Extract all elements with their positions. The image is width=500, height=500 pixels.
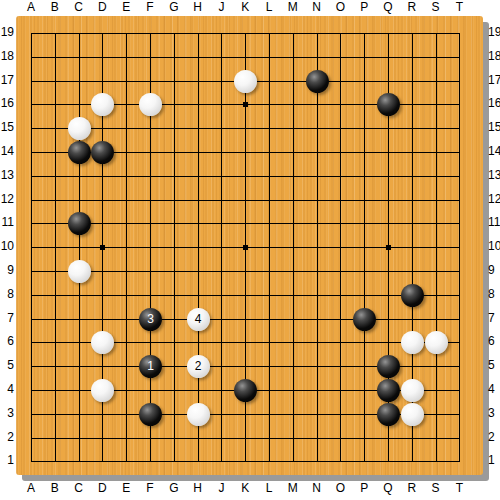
grid-horizontal-line [31, 461, 460, 462]
left-row-label-11: 11 [0, 216, 14, 229]
left-row-label-16: 16 [0, 97, 14, 110]
star-point-d10 [100, 245, 105, 250]
white-stone-r3 [401, 403, 424, 426]
right-row-label-17: 17 [488, 74, 500, 87]
top-column-label-E: E [116, 1, 136, 14]
bottom-column-label-P: P [354, 482, 374, 495]
grid-horizontal-line [31, 319, 460, 320]
top-column-label-T: T [449, 1, 469, 14]
right-row-label-3: 3 [488, 407, 500, 420]
left-row-label-3: 3 [0, 407, 14, 420]
black-stone-r8 [401, 284, 424, 307]
left-row-label-9: 9 [0, 264, 14, 277]
grid-horizontal-line [31, 295, 460, 296]
top-column-label-O: O [330, 1, 350, 14]
top-column-label-D: D [92, 1, 112, 14]
right-row-label-19: 19 [488, 26, 500, 39]
black-stone-q4 [377, 379, 400, 402]
top-column-label-S: S [426, 1, 446, 14]
left-row-label-14: 14 [0, 145, 14, 158]
grid-horizontal-line [31, 271, 460, 272]
black-stone-d14 [91, 141, 114, 164]
bottom-column-label-C: C [69, 482, 89, 495]
bottom-column-label-D: D [92, 482, 112, 495]
bottom-column-label-K: K [235, 482, 255, 495]
bottom-column-label-Q: Q [378, 482, 398, 495]
star-point-k10 [243, 245, 248, 250]
black-stone-q3 [377, 403, 400, 426]
bottom-column-label-S: S [426, 482, 446, 495]
white-stone-d16 [91, 93, 114, 116]
bottom-column-label-B: B [45, 482, 65, 495]
white-stone-c15 [68, 117, 91, 140]
right-row-label-18: 18 [488, 50, 500, 63]
grid-horizontal-line [31, 223, 460, 224]
left-row-label-5: 5 [0, 359, 14, 372]
grid-horizontal-line [31, 128, 460, 129]
top-column-label-M: M [283, 1, 303, 14]
bottom-column-label-T: T [449, 482, 469, 495]
white-stone-h3 [187, 403, 210, 426]
top-column-label-K: K [235, 1, 255, 14]
right-row-label-12: 12 [488, 193, 500, 206]
left-row-label-12: 12 [0, 193, 14, 206]
bottom-column-label-N: N [307, 482, 327, 495]
grid-horizontal-line [31, 438, 460, 439]
grid-horizontal-line [31, 33, 460, 34]
top-column-label-G: G [164, 1, 184, 14]
white-stone-r6 [401, 331, 424, 354]
top-column-label-F: F [140, 1, 160, 14]
bottom-column-label-G: G [164, 482, 184, 495]
bottom-column-label-H: H [188, 482, 208, 495]
top-column-label-Q: Q [378, 1, 398, 14]
bottom-column-label-M: M [283, 482, 303, 495]
white-stone-move-4-h7: 4 [187, 308, 210, 331]
left-row-label-15: 15 [0, 121, 14, 134]
right-row-label-1: 1 [488, 454, 500, 467]
white-stone-k17 [234, 70, 257, 93]
go-board[interactable]: 1234 [16, 16, 483, 475]
right-row-label-5: 5 [488, 359, 500, 372]
black-stone-move-3-f7: 3 [139, 308, 162, 331]
grid-horizontal-line [31, 200, 460, 201]
white-stone-d4 [91, 379, 114, 402]
right-row-label-7: 7 [488, 312, 500, 325]
white-stone-f16 [139, 93, 162, 116]
right-row-label-4: 4 [488, 383, 500, 396]
left-row-label-6: 6 [0, 335, 14, 348]
black-stone-f3 [139, 403, 162, 426]
grid-horizontal-line [31, 57, 460, 58]
black-stone-q16 [377, 93, 400, 116]
top-column-label-B: B [45, 1, 65, 14]
white-stone-d6 [91, 331, 114, 354]
right-row-label-8: 8 [488, 288, 500, 301]
right-row-label-13: 13 [488, 169, 500, 182]
top-column-label-J: J [211, 1, 231, 14]
go-board-diagram: 1234 AABBCCDDEEFFGGHHJJKKLLMMNNOOPPQQRRS… [0, 0, 500, 500]
top-column-label-R: R [402, 1, 422, 14]
top-column-label-P: P [354, 1, 374, 14]
top-column-label-L: L [259, 1, 279, 14]
black-stone-c14 [68, 141, 91, 164]
black-stone-c11 [68, 212, 91, 235]
white-stone-move-2-h5: 2 [187, 355, 210, 378]
black-stone-q5 [377, 355, 400, 378]
bottom-column-label-J: J [211, 482, 231, 495]
right-row-label-16: 16 [488, 97, 500, 110]
left-row-label-8: 8 [0, 288, 14, 301]
left-row-label-1: 1 [0, 454, 14, 467]
left-row-label-7: 7 [0, 312, 14, 325]
left-row-label-13: 13 [0, 169, 14, 182]
black-stone-n17 [306, 70, 329, 93]
black-stone-p7 [353, 308, 376, 331]
left-row-label-2: 2 [0, 431, 14, 444]
left-row-label-10: 10 [0, 240, 14, 253]
white-stone-s6 [425, 331, 448, 354]
top-column-label-N: N [307, 1, 327, 14]
right-row-label-14: 14 [488, 145, 500, 158]
star-point-k16 [243, 102, 248, 107]
white-stone-c9 [68, 260, 91, 283]
grid-horizontal-line [31, 176, 460, 177]
right-row-label-6: 6 [488, 335, 500, 348]
right-row-label-11: 11 [488, 216, 500, 229]
top-column-label-C: C [69, 1, 89, 14]
bottom-column-label-A: A [21, 482, 41, 495]
left-row-label-18: 18 [0, 50, 14, 63]
bottom-column-label-R: R [402, 482, 422, 495]
black-stone-k4 [234, 379, 257, 402]
bottom-column-label-E: E [116, 482, 136, 495]
right-row-label-9: 9 [488, 264, 500, 277]
right-row-label-10: 10 [488, 240, 500, 253]
right-row-label-15: 15 [488, 121, 500, 134]
top-column-label-A: A [21, 1, 41, 14]
right-row-label-2: 2 [488, 431, 500, 444]
black-stone-move-1-f5: 1 [139, 355, 162, 378]
left-row-label-19: 19 [0, 26, 14, 39]
top-column-label-H: H [188, 1, 208, 14]
star-point-q10 [386, 245, 391, 250]
white-stone-r4 [401, 379, 424, 402]
left-row-label-17: 17 [0, 74, 14, 87]
bottom-column-label-F: F [140, 482, 160, 495]
left-row-label-4: 4 [0, 383, 14, 396]
bottom-column-label-O: O [330, 482, 350, 495]
bottom-column-label-L: L [259, 482, 279, 495]
